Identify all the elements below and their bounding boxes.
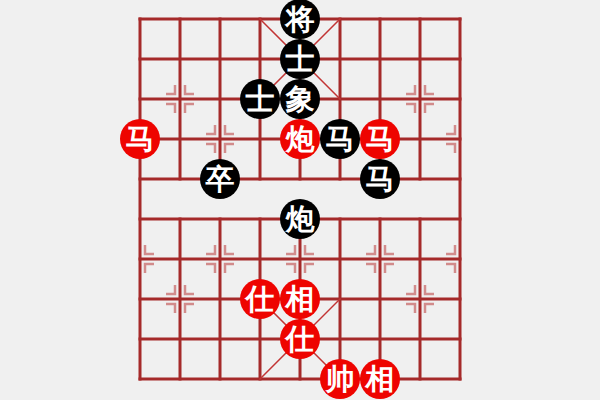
black-advisor[interactable]: 士: [240, 79, 280, 119]
red-advisor[interactable]: 仕: [240, 279, 280, 319]
black-general[interactable]: 将: [280, 0, 320, 39]
red-elephant[interactable]: 相: [360, 359, 400, 399]
red-horse[interactable]: 马: [120, 119, 160, 159]
red-horse[interactable]: 马: [360, 119, 400, 159]
board-pieces-layer: 将士士象马炮马马卒马炮仕相仕帅相: [120, 0, 480, 399]
black-horse[interactable]: 马: [360, 159, 400, 199]
black-elephant[interactable]: 象: [280, 79, 320, 119]
red-elephant[interactable]: 相: [280, 279, 320, 319]
xiangqi-screenshot: 将士士象马炮马马卒马炮仕相仕帅相: [0, 0, 600, 400]
black-advisor[interactable]: 士: [280, 39, 320, 79]
red-cannon[interactable]: 炮: [280, 119, 320, 159]
black-horse[interactable]: 马: [320, 119, 360, 159]
red-general[interactable]: 帅: [320, 359, 360, 399]
red-advisor[interactable]: 仕: [280, 319, 320, 359]
black-pawn[interactable]: 卒: [200, 159, 240, 199]
black-cannon[interactable]: 炮: [280, 199, 320, 239]
